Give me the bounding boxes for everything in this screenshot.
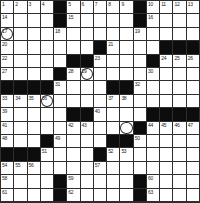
black-cell-r12c3 <box>28 148 40 160</box>
cell-r7c5[interactable]: 31 <box>54 81 66 93</box>
cell-r8c9[interactable]: 37 <box>107 95 119 107</box>
clue-number-51: 51 <box>42 148 47 154</box>
clue-number-55: 55 <box>15 162 20 168</box>
black-cell-r4c13 <box>160 41 172 53</box>
cell-r8c5[interactable] <box>54 95 66 107</box>
clue-number-23: 23 <box>95 55 100 61</box>
cell-r2c6[interactable]: 15 <box>67 14 79 26</box>
cell-r9c1[interactable]: 39 <box>1 108 13 120</box>
cell-r6c7[interactable]: 29 <box>81 68 93 80</box>
cell-r12c11[interactable] <box>134 148 146 160</box>
clue-number-11: 11 <box>161 1 166 7</box>
cell-r11c11[interactable]: 50 <box>134 135 146 147</box>
cell-r11c6[interactable] <box>67 135 79 147</box>
clue-number-6: 6 <box>82 1 84 7</box>
cell-r10c12[interactable]: 44 <box>147 122 159 134</box>
cell-r3c14[interactable] <box>173 28 185 40</box>
clue-number-33: 33 <box>2 95 7 101</box>
black-cell-r7c4 <box>41 81 53 93</box>
clue-number-32: 32 <box>135 81 140 87</box>
cell-r6c12[interactable]: 30 <box>147 68 159 80</box>
cell-r10c2[interactable] <box>14 122 26 134</box>
cell-r4c6[interactable] <box>67 41 79 53</box>
cell-r11c1[interactable]: 48 <box>1 135 13 147</box>
cell-r12c13[interactable] <box>160 148 172 160</box>
cell-r13c3[interactable]: 56 <box>28 162 40 174</box>
cell-r8c15[interactable] <box>187 95 199 107</box>
clue-number-41: 41 <box>2 122 7 128</box>
cell-r9c9[interactable] <box>107 108 119 120</box>
black-cell-r7c2 <box>14 81 26 93</box>
cell-r2c9[interactable] <box>107 14 119 26</box>
cell-r15c12[interactable]: 63 <box>147 189 159 201</box>
cell-r3c7[interactable] <box>81 28 93 40</box>
cell-r3c2[interactable] <box>14 28 26 40</box>
cell-r7c15[interactable] <box>187 81 199 93</box>
cell-r15c13[interactable] <box>160 189 172 201</box>
clue-number-56: 56 <box>29 162 34 168</box>
clue-number-8: 8 <box>108 1 110 7</box>
black-cell-r5c6 <box>67 55 79 67</box>
cell-r15c14[interactable] <box>173 189 185 201</box>
clue-number-42: 42 <box>68 122 73 128</box>
cell-r2c15[interactable] <box>187 14 199 26</box>
cell-r7c8[interactable] <box>94 81 106 93</box>
cell-r13c14[interactable] <box>173 162 185 174</box>
cell-r8c12[interactable] <box>147 95 159 107</box>
cell-r4c11[interactable] <box>134 41 146 53</box>
cell-r13c5[interactable] <box>54 162 66 174</box>
cell-r8c2[interactable]: 34 <box>14 95 26 107</box>
clue-number-7: 7 <box>95 1 97 7</box>
cell-r1c14[interactable]: 12 <box>173 1 185 13</box>
clue-number-63: 63 <box>148 189 153 195</box>
cell-r8c1[interactable]: 33 <box>1 95 13 107</box>
cell-r6c9[interactable] <box>107 68 119 80</box>
cell-r11c15[interactable] <box>187 135 199 147</box>
crossword-puzzle: 1234567891011121314151617181920212223242… <box>0 0 200 203</box>
clue-number-49: 49 <box>55 135 60 141</box>
cell-r12c6[interactable] <box>67 148 79 160</box>
black-cell-r15c5 <box>54 189 66 201</box>
cell-r6c8[interactable] <box>94 68 106 80</box>
cell-r15c4[interactable] <box>41 189 53 201</box>
cell-r14c2[interactable] <box>14 175 26 187</box>
cell-r13c12[interactable] <box>147 162 159 174</box>
cell-r1c6[interactable]: 5 <box>67 1 79 13</box>
cell-r12c4[interactable]: 51 <box>41 148 53 160</box>
cell-r3c6[interactable] <box>67 28 79 40</box>
cell-r13c11[interactable] <box>134 162 146 174</box>
cell-r15c15[interactable] <box>187 189 199 201</box>
clue-number-25: 25 <box>174 55 179 61</box>
cell-r4c3[interactable] <box>28 41 40 53</box>
clue-number-20: 20 <box>2 41 7 47</box>
clue-number-61: 61 <box>2 189 7 195</box>
cell-r5c8[interactable]: 23 <box>94 55 106 67</box>
cell-r3c11[interactable]: 19 <box>134 28 146 40</box>
cell-r2c4[interactable] <box>41 14 53 26</box>
cell-r11c2[interactable] <box>14 135 26 147</box>
cell-r8c13[interactable] <box>160 95 172 107</box>
cell-r5c10[interactable] <box>120 55 132 67</box>
cell-r7c13[interactable] <box>160 81 172 93</box>
cell-r13c7[interactable] <box>81 162 93 174</box>
black-cell-r4c14 <box>173 41 185 53</box>
cell-r15c10[interactable] <box>120 189 132 201</box>
cell-r9c5[interactable] <box>54 108 66 120</box>
clue-number-26: 26 <box>188 55 193 61</box>
cell-r8c11[interactable] <box>134 95 146 107</box>
cell-r3c1[interactable]: 17 <box>1 28 13 40</box>
cell-r4c2[interactable] <box>14 41 26 53</box>
cell-r10c10[interactable] <box>120 122 132 134</box>
cell-r14c10[interactable] <box>120 175 132 187</box>
cell-r12c7[interactable] <box>81 148 93 160</box>
black-cell-r6c5 <box>54 68 66 80</box>
cell-r3c5[interactable]: 18 <box>54 28 66 40</box>
cell-r10c7[interactable]: 43 <box>81 122 93 134</box>
clue-number-28: 28 <box>68 68 73 74</box>
black-cell-r9c6 <box>67 108 79 120</box>
cell-r5c5[interactable] <box>54 55 66 67</box>
black-cell-r11c9 <box>107 135 119 147</box>
cell-r4c4[interactable] <box>41 41 53 53</box>
clue-number-24: 24 <box>161 55 166 61</box>
black-cell-r12c2 <box>14 148 26 160</box>
cell-r2c12[interactable]: 16 <box>147 14 159 26</box>
black-cell-r7c3 <box>28 81 40 93</box>
cell-r14c15[interactable] <box>187 175 199 187</box>
clue-number-27: 27 <box>2 68 7 74</box>
cell-r9c2[interactable] <box>14 108 26 120</box>
cell-r10c8[interactable] <box>94 122 106 134</box>
cell-r10c13[interactable]: 45 <box>160 122 172 134</box>
clue-number-18: 18 <box>55 28 60 34</box>
black-cell-r2c5 <box>54 14 66 26</box>
clue-number-53: 53 <box>121 148 126 154</box>
cell-r6c11[interactable] <box>134 68 146 80</box>
black-cell-r2c11 <box>134 14 146 26</box>
clue-number-35: 35 <box>29 95 34 101</box>
cell-r3c3[interactable] <box>28 28 40 40</box>
black-cell-r1c5 <box>54 1 66 13</box>
cell-r5c2[interactable] <box>14 55 26 67</box>
black-cell-r9c12 <box>147 108 159 120</box>
cell-r9c10[interactable] <box>120 108 132 120</box>
clue-number-31: 31 <box>55 81 60 87</box>
cell-r13c10[interactable] <box>120 162 132 174</box>
cell-r10c3[interactable] <box>28 122 40 134</box>
cell-r13c4[interactable] <box>41 162 53 174</box>
clue-number-44: 44 <box>148 122 153 128</box>
cell-r5c9[interactable] <box>107 55 119 67</box>
cell-r12c9[interactable]: 52 <box>107 148 119 160</box>
clue-number-43: 43 <box>82 122 87 128</box>
clue-number-46: 46 <box>174 122 179 128</box>
cell-r14c13[interactable] <box>160 175 172 187</box>
cell-r6c1[interactable]: 27 <box>1 68 13 80</box>
cell-r6c14[interactable] <box>173 68 185 80</box>
clue-number-16: 16 <box>148 14 153 20</box>
cell-r2c13[interactable] <box>160 14 172 26</box>
cell-r14c7[interactable] <box>81 175 93 187</box>
cell-r14c8[interactable] <box>94 175 106 187</box>
cell-r2c2[interactable] <box>14 14 26 26</box>
cell-r1c1[interactable]: 1 <box>1 1 13 13</box>
clue-number-52: 52 <box>108 148 113 154</box>
cell-r15c2[interactable] <box>14 189 26 201</box>
cell-r4c1[interactable]: 20 <box>1 41 13 53</box>
clue-number-40: 40 <box>95 108 100 114</box>
cell-r8c10[interactable]: 38 <box>120 95 132 107</box>
cell-r9c8[interactable]: 40 <box>94 108 106 120</box>
clue-number-48: 48 <box>2 135 7 141</box>
cell-r11c8[interactable] <box>94 135 106 147</box>
clue-number-62: 62 <box>68 189 73 195</box>
cell-r6c4[interactable] <box>41 68 53 80</box>
cell-r12c12[interactable] <box>147 148 159 160</box>
clue-number-17: 17 <box>2 28 7 34</box>
cell-r13c9[interactable] <box>107 162 119 174</box>
cell-r15c9[interactable] <box>107 189 119 201</box>
black-cell-r7c10 <box>120 81 132 93</box>
cell-r9c3[interactable] <box>28 108 40 120</box>
clue-number-5: 5 <box>68 1 70 7</box>
cell-r4c10[interactable] <box>120 41 132 53</box>
cell-r2c1[interactable]: 14 <box>1 14 13 26</box>
cell-r8c8[interactable] <box>94 95 106 107</box>
cell-r13c1[interactable]: 54 <box>1 162 13 174</box>
black-cell-r9c15 <box>187 108 199 120</box>
cell-r2c14[interactable] <box>173 14 185 26</box>
clue-number-1: 1 <box>2 1 4 7</box>
clue-number-3: 3 <box>29 1 31 7</box>
cell-r10c6[interactable]: 42 <box>67 122 79 134</box>
clue-number-54: 54 <box>2 162 7 168</box>
clue-number-57: 57 <box>95 162 100 168</box>
cell-r1c15[interactable]: 13 <box>187 1 199 13</box>
black-cell-r12c1 <box>1 148 13 160</box>
clue-number-38: 38 <box>121 95 126 101</box>
clue-number-10: 10 <box>148 1 153 7</box>
clue-number-22: 22 <box>2 55 7 61</box>
cell-r14c3[interactable] <box>28 175 40 187</box>
cell-r1c2[interactable]: 2 <box>14 1 26 13</box>
cell-r10c1[interactable]: 41 <box>1 122 13 134</box>
clue-number-34: 34 <box>15 95 20 101</box>
cell-r8c6[interactable] <box>67 95 79 107</box>
cell-r8c7[interactable] <box>81 95 93 107</box>
circle-marker <box>120 122 132 134</box>
black-cell-r9c14 <box>173 108 185 120</box>
cell-r11c12[interactable] <box>147 135 159 147</box>
cell-r2c7[interactable] <box>81 14 93 26</box>
cell-r12c15[interactable] <box>187 148 199 160</box>
clue-number-15: 15 <box>68 14 73 20</box>
black-cell-r1c11 <box>134 1 146 13</box>
cell-r3c8[interactable] <box>94 28 106 40</box>
cell-r13c15[interactable] <box>187 162 199 174</box>
clue-number-14: 14 <box>2 14 7 20</box>
cell-r3c9[interactable] <box>107 28 119 40</box>
clue-number-50: 50 <box>135 135 140 141</box>
cell-r3c13[interactable] <box>160 28 172 40</box>
cell-r10c9[interactable] <box>107 122 119 134</box>
cell-r14c4[interactable] <box>41 175 53 187</box>
clue-number-37: 37 <box>108 95 113 101</box>
cell-r15c7[interactable] <box>81 189 93 201</box>
cell-r7c6[interactable] <box>67 81 79 93</box>
black-cell-r15c11 <box>134 189 146 201</box>
cell-r5c15[interactable]: 26 <box>187 55 199 67</box>
cell-r11c13[interactable] <box>160 135 172 147</box>
cell-r10c4[interactable] <box>41 122 53 134</box>
cell-r14c1[interactable]: 58 <box>1 175 13 187</box>
clue-number-47: 47 <box>188 122 193 128</box>
cell-r4c9[interactable]: 21 <box>107 41 119 53</box>
cell-r7c12[interactable] <box>147 81 159 93</box>
cell-r5c3[interactable] <box>28 55 40 67</box>
cell-r15c1[interactable]: 61 <box>1 189 13 201</box>
cell-r8c4[interactable]: 36 <box>41 95 53 107</box>
black-cell-r14c11 <box>134 175 146 187</box>
black-cell-r14c5 <box>54 175 66 187</box>
cell-r14c14[interactable] <box>173 175 185 187</box>
cell-r2c8[interactable] <box>94 14 106 26</box>
cell-r9c11[interactable] <box>134 108 146 120</box>
cell-r14c12[interactable]: 60 <box>147 175 159 187</box>
cell-r6c6[interactable]: 28 <box>67 68 79 80</box>
cell-r1c9[interactable]: 8 <box>107 1 119 13</box>
cell-r10c14[interactable]: 46 <box>173 122 185 134</box>
cell-r1c4[interactable]: 4 <box>41 1 53 13</box>
cell-r13c8[interactable]: 57 <box>94 162 106 174</box>
black-cell-r11c10 <box>120 135 132 147</box>
clue-number-60: 60 <box>148 175 153 181</box>
cell-r12c14[interactable] <box>173 148 185 160</box>
cell-r7c14[interactable] <box>173 81 185 93</box>
cell-r15c8[interactable] <box>94 189 106 201</box>
cell-r3c10[interactable] <box>120 28 132 40</box>
cell-r2c10[interactable] <box>120 14 132 26</box>
clue-number-36: 36 <box>42 95 47 101</box>
black-cell-r12c8 <box>94 148 106 160</box>
clue-number-12: 12 <box>174 1 179 7</box>
clue-number-21: 21 <box>108 41 113 47</box>
cell-r5c4[interactable] <box>41 55 53 67</box>
clue-number-9: 9 <box>121 1 123 7</box>
clue-number-2: 2 <box>15 1 17 7</box>
cell-r3c4[interactable] <box>41 28 53 40</box>
clue-number-19: 19 <box>135 28 140 34</box>
cell-r3c12[interactable] <box>147 28 159 40</box>
cell-r13c6[interactable] <box>67 162 79 174</box>
black-cell-r7c1 <box>1 81 13 93</box>
cell-r4c7[interactable] <box>81 41 93 53</box>
cell-r5c1[interactable]: 22 <box>1 55 13 67</box>
cell-r10c5[interactable] <box>54 122 66 134</box>
cell-r1c13[interactable]: 11 <box>160 1 172 13</box>
cell-r8c14[interactable] <box>173 95 185 107</box>
cell-r13c2[interactable]: 55 <box>14 162 26 174</box>
crossword-grid: 1234567891011121314151617181920212223242… <box>0 0 200 203</box>
black-cell-r4c15 <box>187 41 199 53</box>
cell-r11c5[interactable]: 49 <box>54 135 66 147</box>
cell-r5c14[interactable]: 25 <box>173 55 185 67</box>
cell-r7c7[interactable] <box>81 81 93 93</box>
cell-r5c11[interactable] <box>134 55 146 67</box>
black-cell-r9c13 <box>160 108 172 120</box>
cell-r15c6[interactable]: 62 <box>67 189 79 201</box>
cell-r8c3[interactable]: 35 <box>28 95 40 107</box>
cell-r1c12[interactable]: 10 <box>147 1 159 13</box>
cell-r10c15[interactable]: 47 <box>187 122 199 134</box>
clue-number-4: 4 <box>42 1 44 7</box>
cell-r13c13[interactable] <box>160 162 172 174</box>
clue-number-39: 39 <box>2 108 7 114</box>
cell-r1c10[interactable]: 9 <box>120 1 132 13</box>
black-cell-r4c8 <box>94 41 106 53</box>
black-cell-r9c7 <box>81 108 93 120</box>
cell-r11c14[interactable] <box>173 135 185 147</box>
cell-r14c6[interactable]: 59 <box>67 175 79 187</box>
cell-r1c7[interactable]: 6 <box>81 1 93 13</box>
black-cell-r7c9 <box>107 81 119 93</box>
clue-number-29: 29 <box>82 68 87 74</box>
cell-r6c10[interactable] <box>120 68 132 80</box>
black-cell-r5c12 <box>147 55 159 67</box>
cell-r1c8[interactable]: 7 <box>94 1 106 13</box>
cell-r6c13[interactable] <box>160 68 172 80</box>
cell-r11c3[interactable] <box>28 135 40 147</box>
black-cell-r5c7 <box>81 55 93 67</box>
clue-number-30: 30 <box>148 68 153 74</box>
cell-r1c3[interactable]: 3 <box>28 1 40 13</box>
cell-r5c13[interactable]: 24 <box>160 55 172 67</box>
cell-r11c7[interactable] <box>81 135 93 147</box>
cell-r6c3[interactable] <box>28 68 40 80</box>
cell-r2c3[interactable] <box>28 14 40 26</box>
cell-r15c3[interactable] <box>28 189 40 201</box>
cell-r3c15[interactable] <box>187 28 199 40</box>
black-cell-r11c4 <box>41 135 53 147</box>
cell-r6c2[interactable] <box>14 68 26 80</box>
cell-r6c15[interactable] <box>187 68 199 80</box>
clue-number-13: 13 <box>188 1 193 7</box>
clue-number-58: 58 <box>2 175 7 181</box>
cell-r9c4[interactable] <box>41 108 53 120</box>
cell-r12c5[interactable] <box>54 148 66 160</box>
clue-number-59: 59 <box>68 175 73 181</box>
cell-r4c12[interactable] <box>147 41 159 53</box>
cell-r7c11[interactable]: 32 <box>134 81 146 93</box>
clue-number-45: 45 <box>161 122 166 128</box>
cell-r12c10[interactable]: 53 <box>120 148 132 160</box>
black-cell-r10c11 <box>134 122 146 134</box>
cell-r14c9[interactable] <box>107 175 119 187</box>
cell-r4c5[interactable] <box>54 41 66 53</box>
